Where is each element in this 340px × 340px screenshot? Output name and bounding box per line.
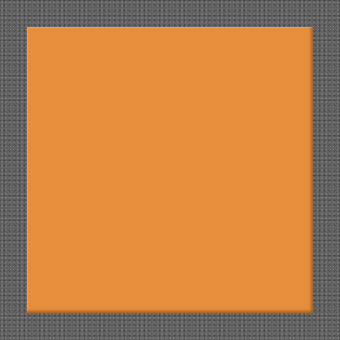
goban-board: [27, 27, 313, 313]
go-app-window: [0, 0, 340, 340]
goban-grid: [29, 29, 314, 314]
